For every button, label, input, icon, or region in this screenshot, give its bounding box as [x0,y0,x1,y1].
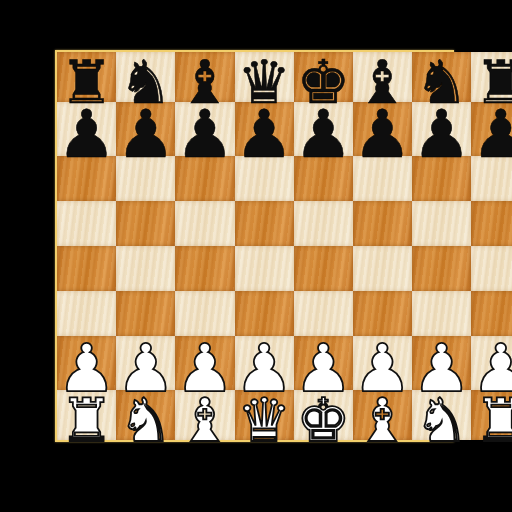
square-e7[interactable]: ♟ [294,102,353,156]
square-f2[interactable]: ♟ [353,336,412,390]
black-pawn-icon: ♟ [471,102,512,168]
square-d1[interactable]: ♛ [235,390,294,440]
square-b2[interactable]: ♟ [116,336,175,390]
square-e5[interactable] [294,201,353,246]
square-b4[interactable] [116,246,175,291]
square-a8[interactable]: ♜ [57,52,116,102]
square-h8[interactable]: ♜ [471,52,512,102]
white-bishop-icon: ♝ [178,390,232,450]
square-c5[interactable] [175,201,234,246]
square-e1[interactable]: ♚ [294,390,353,440]
black-pawn-icon: ♟ [353,102,412,168]
square-g2[interactable]: ♟ [412,336,471,390]
square-f8[interactable]: ♝ [353,52,412,102]
square-c1[interactable]: ♝ [175,390,234,440]
square-a4[interactable] [57,246,116,291]
black-pawn-icon: ♟ [294,102,353,168]
square-c2[interactable]: ♟ [175,336,234,390]
square-e8[interactable]: ♚ [294,52,353,102]
chess-board-grid: ♜♞♝♛♚♝♞♜♟♟♟♟♟♟♟♟♟♟♟♟♟♟♟♟♜♞♝♛♚♝♞♜ [57,52,452,440]
square-c7[interactable]: ♟ [175,102,234,156]
square-f1[interactable]: ♝ [353,390,412,440]
square-g7[interactable]: ♟ [412,102,471,156]
square-a2[interactable]: ♟ [57,336,116,390]
square-c4[interactable] [175,246,234,291]
square-c8[interactable]: ♝ [175,52,234,102]
square-b7[interactable]: ♟ [116,102,175,156]
white-queen-icon: ♛ [237,390,291,450]
square-d2[interactable]: ♟ [235,336,294,390]
square-b5[interactable] [116,201,175,246]
chess-board: ♜♞♝♛♚♝♞♜♟♟♟♟♟♟♟♟♟♟♟♟♟♟♟♟♜♞♝♛♚♝♞♜ [55,50,454,442]
black-pawn-icon: ♟ [412,102,471,168]
white-knight-icon: ♞ [415,390,469,450]
square-d7[interactable]: ♟ [235,102,294,156]
black-pawn-icon: ♟ [116,102,175,168]
white-knight-icon: ♞ [119,390,173,450]
square-a7[interactable]: ♟ [57,102,116,156]
square-a5[interactable] [57,201,116,246]
square-e2[interactable]: ♟ [294,336,353,390]
square-b1[interactable]: ♞ [116,390,175,440]
square-h2[interactable]: ♟ [471,336,512,390]
square-g8[interactable]: ♞ [412,52,471,102]
white-rook-icon: ♜ [474,390,512,450]
square-f5[interactable] [353,201,412,246]
white-king-icon: ♚ [296,390,350,450]
black-pawn-icon: ♟ [175,102,234,168]
black-pawn-icon: ♟ [235,102,294,168]
square-a1[interactable]: ♜ [57,390,116,440]
square-f7[interactable]: ♟ [353,102,412,156]
square-b8[interactable]: ♞ [116,52,175,102]
square-h7[interactable]: ♟ [471,102,512,156]
white-rook-icon: ♜ [60,390,114,450]
square-g5[interactable] [412,201,471,246]
square-g1[interactable]: ♞ [412,390,471,440]
square-g4[interactable] [412,246,471,291]
white-bishop-icon: ♝ [356,390,410,450]
square-h1[interactable]: ♜ [471,390,512,440]
square-e4[interactable] [294,246,353,291]
square-d4[interactable] [235,246,294,291]
square-d8[interactable]: ♛ [235,52,294,102]
black-pawn-icon: ♟ [57,102,116,168]
square-h4[interactable] [471,246,512,291]
square-d5[interactable] [235,201,294,246]
square-h5[interactable] [471,201,512,246]
square-f4[interactable] [353,246,412,291]
